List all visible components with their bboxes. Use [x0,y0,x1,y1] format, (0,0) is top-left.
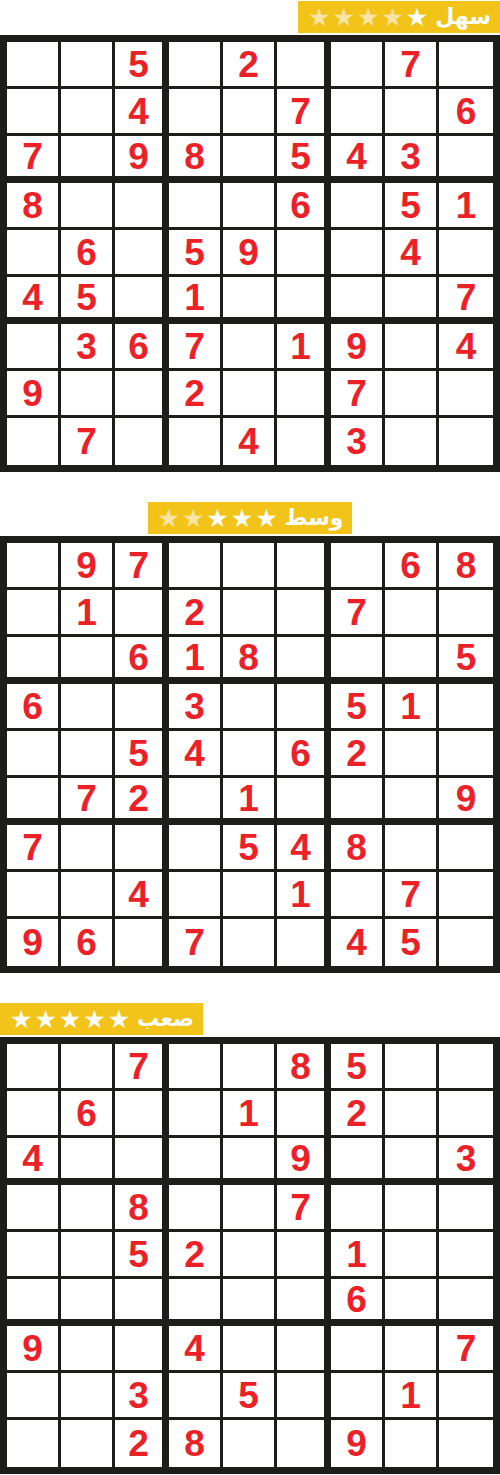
cell-r7c1-empty[interactable] [7,324,61,371]
star-filled-icon: ★ [107,1005,131,1034]
cell-r2c4-empty[interactable] [169,89,223,136]
cell-r1c2-empty[interactable] [61,1044,115,1091]
cell-r3c1-given: 7 [7,136,61,183]
cell-r3c7-empty[interactable] [331,1138,385,1185]
cell-r9c5-given: 4 [223,418,277,465]
cell-r1c1-empty[interactable] [7,1044,61,1091]
cell-r5c2-empty[interactable] [61,1232,115,1279]
cell-r5c6-empty[interactable] [277,230,331,277]
cell-r2c6-empty[interactable] [277,1091,331,1138]
sudoku-board-easy: 527476798543865165944517367194927743 [0,35,500,472]
cell-r5c7-given: 2 [331,731,385,778]
cell-r6c2-empty[interactable] [61,1279,115,1326]
cell-r6c2-given: 7 [61,778,115,825]
cell-r5c8-given: 4 [385,230,439,277]
cell-r9c1-given: 9 [7,919,61,966]
cell-r3c4-given: 1 [169,637,223,684]
cell-r9c6-empty[interactable] [277,418,331,465]
cell-r8c1-empty[interactable] [7,1373,61,1420]
cell-r1c8-given: 6 [385,543,439,590]
cell-r2c1-empty[interactable] [7,1091,61,1138]
cell-r7c1-given: 7 [7,825,61,872]
cell-r6c5-empty[interactable] [223,1279,277,1326]
cell-r9c2-given: 7 [61,418,115,465]
cell-r6c6-empty[interactable] [277,778,331,825]
cell-r9c3-empty[interactable] [115,919,169,966]
cell-r2c3-given: 4 [115,89,169,136]
cell-r7c7-given: 8 [331,825,385,872]
cell-r9c1-empty[interactable] [7,1420,61,1467]
cell-r6c4-given: 1 [169,277,223,324]
cell-r7c5-empty[interactable] [223,1326,277,1373]
star-rating-easy: ★★★★★ [307,5,429,30]
cell-r4c9-empty[interactable] [439,1185,493,1232]
cell-r6c1-empty[interactable] [7,778,61,825]
cell-r3c8-empty[interactable] [385,637,439,684]
cell-r9c4-empty[interactable] [169,418,223,465]
cell-r5c3-given: 5 [115,731,169,778]
cell-r4c9-given: 1 [439,183,493,230]
star-empty-icon: ★ [380,3,404,32]
cell-r8c7-given: 7 [331,371,385,418]
cell-r2c1-empty[interactable] [7,590,61,637]
cell-r4c4-empty[interactable] [169,1185,223,1232]
cell-r5c4-given: 4 [169,731,223,778]
cell-r8c9-empty[interactable] [439,872,493,919]
cell-r6c3-empty[interactable] [115,277,169,324]
cell-r2c7-empty[interactable] [331,89,385,136]
cell-r5c2-empty[interactable] [61,731,115,778]
star-filled-icon: ★ [82,1005,106,1034]
cell-r5c2-given: 6 [61,230,115,277]
cell-r5c8-empty[interactable] [385,1232,439,1279]
cell-r1c3-given: 7 [115,543,169,590]
cell-r9c8-empty[interactable] [385,418,439,465]
star-empty-icon: ★ [181,504,205,533]
cell-r4c2-empty[interactable] [61,1185,115,1232]
cell-r6c7-given: 6 [331,1279,385,1326]
cell-r4c8-given: 5 [385,183,439,230]
cell-r6c6-empty[interactable] [277,1279,331,1326]
cell-r8c2-empty[interactable] [61,1373,115,1420]
cell-r7c2-empty[interactable] [61,825,115,872]
cell-r6c1-empty[interactable] [7,1279,61,1326]
star-filled-icon: ★ [230,504,254,533]
cell-r1c4-empty[interactable] [169,1044,223,1091]
cell-r7c4-given: 7 [169,324,223,371]
cell-r9c4-given: 7 [169,919,223,966]
cell-r3c4-given: 8 [169,136,223,183]
cell-r2c4-given: 2 [169,590,223,637]
cell-r6c6-empty[interactable] [277,277,331,324]
cell-r2c9-empty[interactable] [439,1091,493,1138]
cell-r6c3-given: 2 [115,778,169,825]
cell-r8c6-given: 1 [277,872,331,919]
cell-r6c9-given: 7 [439,277,493,324]
cell-r2c5-empty[interactable] [223,89,277,136]
cell-r1c9-given: 8 [439,543,493,590]
cell-r2c2-empty[interactable] [61,89,115,136]
cell-r2c2-given: 6 [61,1091,115,1138]
cell-r4c1-given: 6 [7,684,61,731]
cell-r6c3-empty[interactable] [115,1279,169,1326]
cell-r3c2-empty[interactable] [61,136,115,183]
puzzle-section-medium: وسط ★★★★★ 976812761856351546272197548417… [0,502,500,973]
cell-r3c5-given: 8 [223,637,277,684]
cell-r1c7-empty[interactable] [331,543,385,590]
cell-r6c9-empty[interactable] [439,1279,493,1326]
cell-r4c3-given: 8 [115,1185,169,1232]
cell-r8c2-empty[interactable] [61,371,115,418]
cell-r2c6-given: 7 [277,89,331,136]
star-filled-icon: ★ [33,1005,57,1034]
cell-r1c8-given: 7 [385,42,439,89]
cell-r3c5-empty[interactable] [223,1138,277,1185]
sudoku-sheet: سهل ★★★★★ 527476798543865165944517367194… [0,0,500,1474]
sudoku-board-hard: 785612493875216947351289 [0,1037,500,1474]
cell-r5c9-empty[interactable] [439,230,493,277]
cell-r4c7-empty[interactable] [331,1185,385,1232]
cell-r7c4-empty[interactable] [169,825,223,872]
cell-r5c5-empty[interactable] [223,1232,277,1279]
cell-r4c6-given: 7 [277,1185,331,1232]
cell-r9c5-empty[interactable] [223,919,277,966]
cell-r7c5-given: 5 [223,825,277,872]
cell-r3c1-empty[interactable] [7,637,61,684]
cell-r9c5-empty[interactable] [223,1420,277,1467]
banner-row-easy: سهل ★★★★★ [0,1,500,35]
cell-r2c3-empty[interactable] [115,1091,169,1138]
cell-r7c3-empty[interactable] [115,1326,169,1373]
cell-r7c7-given: 9 [331,324,385,371]
cell-r8c4-empty[interactable] [169,1373,223,1420]
cell-r6c4-empty[interactable] [169,778,223,825]
cell-r1c7-given: 5 [331,1044,385,1091]
cell-r8c8-given: 7 [385,872,439,919]
cell-r1c2-empty[interactable] [61,42,115,89]
cell-r9c9-empty[interactable] [439,418,493,465]
star-filled-icon: ★ [9,1005,33,1034]
cell-r3c6-given: 9 [277,1138,331,1185]
cell-r8c5-empty[interactable] [223,872,277,919]
cell-r9c2-empty[interactable] [61,1420,115,1467]
cell-r5c9-empty[interactable] [439,731,493,778]
cell-r2c9-empty[interactable] [439,590,493,637]
star-filled-icon: ★ [405,3,429,32]
cell-r3c6-given: 5 [277,136,331,183]
difficulty-label-easy: سهل [435,6,491,28]
cell-r1c4-empty[interactable] [169,543,223,590]
cell-r3c7-given: 4 [331,136,385,183]
cell-r6c8-empty[interactable] [385,778,439,825]
cell-r6c2-given: 5 [61,277,115,324]
cell-r4c8-given: 1 [385,684,439,731]
difficulty-label-medium: وسط [285,507,344,529]
cell-r8c6-empty[interactable] [277,371,331,418]
cell-r3c4-empty[interactable] [169,1138,223,1185]
cell-r8c1-given: 9 [7,371,61,418]
puzzle-section-easy: سهل ★★★★★ 527476798543865165944517367194… [0,1,500,472]
cell-r5c1-empty[interactable] [7,230,61,277]
cell-r7c3-empty[interactable] [115,825,169,872]
cell-r6c7-empty[interactable] [331,277,385,324]
cell-r1c5-empty[interactable] [223,1044,277,1091]
difficulty-banner-medium: وسط ★★★★★ [148,502,353,534]
cell-r9c3-given: 2 [115,1420,169,1467]
cell-r8c4-empty[interactable] [169,872,223,919]
cell-r8c9-empty[interactable] [439,371,493,418]
cell-r4c5-empty[interactable] [223,1185,277,1232]
cell-r9c9-empty[interactable] [439,1420,493,1467]
cell-r2c8-empty[interactable] [385,590,439,637]
cell-r7c8-empty[interactable] [385,1326,439,1373]
banner-row-medium: وسط ★★★★★ [0,502,500,536]
cell-r6c9-given: 9 [439,778,493,825]
cell-r9c6-empty[interactable] [277,919,331,966]
cell-r9c4-given: 8 [169,1420,223,1467]
cell-r1c6-given: 8 [277,1044,331,1091]
cell-r7c2-given: 3 [61,324,115,371]
cell-r1c3-given: 7 [115,1044,169,1091]
cell-r2c2-given: 1 [61,590,115,637]
cell-r3c7-empty[interactable] [331,637,385,684]
cell-r5c1-empty[interactable] [7,1232,61,1279]
cell-r8c5-empty[interactable] [223,371,277,418]
cell-r3c9-given: 3 [439,1138,493,1185]
cell-r1c6-empty[interactable] [277,42,331,89]
cell-r9c7-given: 3 [331,418,385,465]
cell-r7c7-empty[interactable] [331,1326,385,1373]
cell-r6c5-given: 1 [223,778,277,825]
cell-r5c5-given: 9 [223,230,277,277]
cell-r5c5-empty[interactable] [223,731,277,778]
cell-r4c1-given: 8 [7,183,61,230]
cell-r2c5-empty[interactable] [223,590,277,637]
cell-r7c2-empty[interactable] [61,1326,115,1373]
star-empty-icon: ★ [157,504,181,533]
star-rating-hard: ★★★★★ [9,1007,131,1032]
cell-r1c5-empty[interactable] [223,543,277,590]
cell-r5c9-empty[interactable] [439,1232,493,1279]
cell-r5c1-empty[interactable] [7,731,61,778]
cell-r4c4-given: 3 [169,684,223,731]
star-filled-icon: ★ [58,1005,82,1034]
star-empty-icon: ★ [307,3,331,32]
cell-r7c9-given: 7 [439,1326,493,1373]
cell-r8c6-empty[interactable] [277,1373,331,1420]
cell-r9c9-empty[interactable] [439,919,493,966]
cell-r2c6-empty[interactable] [277,590,331,637]
cell-r2c4-empty[interactable] [169,1091,223,1138]
cell-r7c9-given: 4 [439,324,493,371]
cell-r2c7-given: 7 [331,590,385,637]
cell-r5c4-given: 5 [169,230,223,277]
cell-r7c5-empty[interactable] [223,324,277,371]
cell-r1c4-empty[interactable] [169,42,223,89]
cell-r6c5-empty[interactable] [223,277,277,324]
cell-r9c8-empty[interactable] [385,1420,439,1467]
cell-r8c9-empty[interactable] [439,1373,493,1420]
cell-r3c3-empty[interactable] [115,1138,169,1185]
cell-r5c7-empty[interactable] [331,230,385,277]
cell-r9c2-given: 6 [61,919,115,966]
cell-r3c8-empty[interactable] [385,1138,439,1185]
cell-r6c4-empty[interactable] [169,1279,223,1326]
cell-r7c1-given: 9 [7,1326,61,1373]
cell-r1c1-empty[interactable] [7,543,61,590]
cell-r2c5-given: 1 [223,1091,277,1138]
banner-row-hard: صعب ★★★★★ [0,1003,500,1037]
cell-r8c4-given: 2 [169,371,223,418]
cell-r1c8-empty[interactable] [385,1044,439,1091]
cell-r8c7-empty[interactable] [331,872,385,919]
puzzle-section-hard: صعب ★★★★★ 785612493875216947351289 [0,1003,500,1474]
cell-r4c2-empty[interactable] [61,684,115,731]
cell-r3c5-empty[interactable] [223,136,277,183]
difficulty-banner-easy: سهل ★★★★★ [298,1,500,33]
cell-r4c6-empty[interactable] [277,684,331,731]
cell-r8c8-given: 1 [385,1373,439,1420]
cell-r3c9-empty[interactable] [439,136,493,183]
cell-r1c6-empty[interactable] [277,543,331,590]
cell-r3c3-given: 6 [115,637,169,684]
cell-r8c3-given: 4 [115,872,169,919]
cell-r1c3-given: 5 [115,42,169,89]
cell-r8c2-empty[interactable] [61,872,115,919]
cell-r9c1-empty[interactable] [7,418,61,465]
cell-r4c7-given: 5 [331,684,385,731]
cell-r2c8-empty[interactable] [385,1091,439,1138]
cell-r5c8-empty[interactable] [385,731,439,778]
cell-r1c7-empty[interactable] [331,42,385,89]
cell-r4c5-empty[interactable] [223,183,277,230]
cell-r5c6-given: 6 [277,731,331,778]
cell-r1c9-empty[interactable] [439,42,493,89]
difficulty-banner-hard: صعب ★★★★★ [0,1003,203,1035]
star-filled-icon: ★ [205,504,229,533]
cell-r7c3-given: 6 [115,324,169,371]
cell-r3c1-given: 4 [7,1138,61,1185]
cell-r7c8-empty[interactable] [385,825,439,872]
cell-r6c8-empty[interactable] [385,277,439,324]
cell-r8c3-empty[interactable] [115,371,169,418]
cell-r4c9-empty[interactable] [439,684,493,731]
cell-r4c7-empty[interactable] [331,183,385,230]
cell-r9c6-empty[interactable] [277,1420,331,1467]
cell-r4c8-empty[interactable] [385,1185,439,1232]
cell-r4c3-empty[interactable] [115,183,169,230]
cell-r6c8-empty[interactable] [385,1279,439,1326]
cell-r8c1-empty[interactable] [7,872,61,919]
difficulty-label-hard: صعب [137,1008,194,1030]
cell-r4c3-empty[interactable] [115,684,169,731]
cell-r4c1-empty[interactable] [7,1185,61,1232]
cell-r2c7-given: 2 [331,1091,385,1138]
cell-r5c7-given: 1 [331,1232,385,1279]
cell-r8c5-given: 5 [223,1373,277,1420]
star-empty-icon: ★ [356,3,380,32]
cell-r4c5-empty[interactable] [223,684,277,731]
cell-r5c3-empty[interactable] [115,230,169,277]
star-rating-medium: ★★★★★ [157,506,279,531]
cell-r6c7-empty[interactable] [331,778,385,825]
cell-r8c7-empty[interactable] [331,1373,385,1420]
cell-r7c6-given: 4 [277,825,331,872]
cell-r1c1-empty[interactable] [7,42,61,89]
cell-r2c9-given: 6 [439,89,493,136]
cell-r1c5-given: 2 [223,42,277,89]
cell-r2c1-empty[interactable] [7,89,61,136]
cell-r3c6-empty[interactable] [277,637,331,684]
cell-r5c3-given: 5 [115,1232,169,1279]
cell-r3c3-given: 9 [115,136,169,183]
cell-r7c4-given: 4 [169,1326,223,1373]
cell-r9c7-given: 9 [331,1420,385,1467]
cell-r2c3-empty[interactable] [115,590,169,637]
cell-r5c6-empty[interactable] [277,1232,331,1279]
star-filled-icon: ★ [254,504,278,533]
cell-r4c2-empty[interactable] [61,183,115,230]
cell-r9c3-empty[interactable] [115,418,169,465]
cell-r4c4-empty[interactable] [169,183,223,230]
cell-r4c6-given: 6 [277,183,331,230]
cell-r8c3-given: 3 [115,1373,169,1420]
cell-r3c8-given: 3 [385,136,439,183]
cell-r7c9-empty[interactable] [439,825,493,872]
cell-r8c8-empty[interactable] [385,371,439,418]
cell-r9c7-given: 4 [331,919,385,966]
cell-r3c2-empty[interactable] [61,1138,115,1185]
cell-r7c6-given: 1 [277,324,331,371]
cell-r5c4-given: 2 [169,1232,223,1279]
cell-r7c6-empty[interactable] [277,1326,331,1373]
sudoku-board-medium: 97681276185635154627219754841796745 [0,536,500,973]
cell-r7c8-empty[interactable] [385,324,439,371]
cell-r1c2-given: 9 [61,543,115,590]
cell-r9c8-given: 5 [385,919,439,966]
cell-r1c9-empty[interactable] [439,1044,493,1091]
star-empty-icon: ★ [332,3,356,32]
cell-r2c8-empty[interactable] [385,89,439,136]
cell-r3c2-empty[interactable] [61,637,115,684]
cell-r6c1-given: 4 [7,277,61,324]
cell-r3c9-given: 5 [439,637,493,684]
